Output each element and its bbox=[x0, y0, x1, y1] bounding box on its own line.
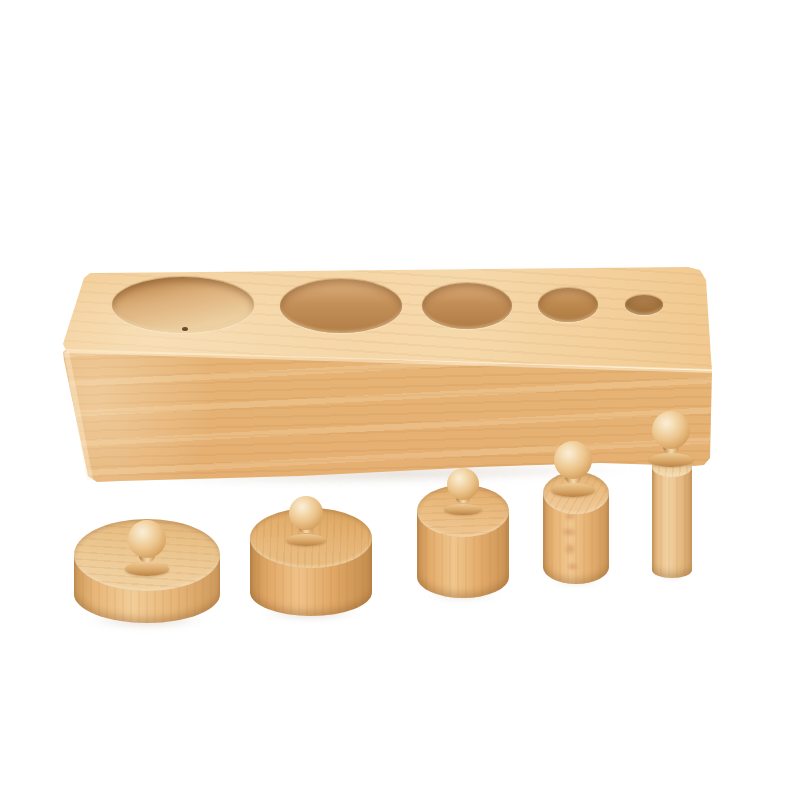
cylinder-4-grain-mark bbox=[564, 542, 576, 556]
cylinder-1-knob-base bbox=[125, 562, 170, 576]
cylinder-4-knob-base bbox=[551, 483, 596, 497]
socket-hole-2 bbox=[280, 279, 402, 333]
cylinder-3-knob-base bbox=[444, 504, 482, 516]
socket-hole-4 bbox=[538, 288, 598, 322]
socket-hole-3 bbox=[422, 283, 512, 329]
cylinder-5-side-grain bbox=[652, 467, 692, 578]
socket-hole-1 bbox=[112, 277, 254, 333]
socket-hole-5 bbox=[625, 295, 663, 315]
cylinder-5-knob-ball bbox=[652, 411, 690, 449]
cylinder-5-knob-base bbox=[649, 453, 694, 467]
cylinder-3-knob-ball bbox=[447, 468, 479, 500]
cylinder-4-grain-mark bbox=[565, 561, 579, 571]
block-front-grain bbox=[0, 0, 800, 800]
cylinder-2-knob-ball bbox=[289, 496, 323, 530]
cylinder-2-knob-base bbox=[286, 534, 326, 546]
cylinder-1-knob-ball bbox=[128, 520, 166, 558]
socket-pinhole bbox=[182, 327, 188, 331]
cylinder-4-knob-ball bbox=[554, 441, 592, 479]
scene-montessori-cylinder-block bbox=[0, 0, 800, 800]
